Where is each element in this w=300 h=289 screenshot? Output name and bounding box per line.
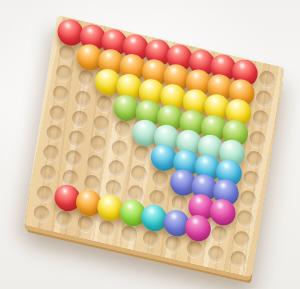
divot-hole xyxy=(67,129,85,148)
divot-hole xyxy=(164,234,182,253)
divot-hole xyxy=(42,144,60,163)
board-cell xyxy=(117,221,142,246)
divot-hole xyxy=(242,169,260,188)
divot-hole xyxy=(207,244,225,263)
divot-hole xyxy=(77,69,95,88)
divot-hole xyxy=(245,149,263,168)
divot-hole xyxy=(55,64,73,83)
divot-hole xyxy=(64,149,82,168)
divot-hole xyxy=(120,224,138,243)
divot-hole xyxy=(86,154,104,173)
divot-hole xyxy=(74,89,92,108)
board-cell xyxy=(160,231,185,256)
divot-hole xyxy=(92,114,110,133)
divot-hole xyxy=(111,139,129,158)
bead-board xyxy=(24,15,285,278)
divot-hole xyxy=(142,229,160,248)
divot-hole xyxy=(96,94,114,113)
divot-hole xyxy=(248,129,266,148)
divot-hole xyxy=(98,219,116,238)
divot-hole xyxy=(255,89,273,108)
divot-hole xyxy=(258,69,276,88)
divot-hole xyxy=(211,224,229,243)
divot-hole xyxy=(151,169,169,188)
divot-hole xyxy=(55,209,73,228)
divot-hole xyxy=(186,239,204,258)
board-cell xyxy=(182,236,207,261)
divot-hole xyxy=(36,184,54,203)
divot-hole xyxy=(58,44,76,63)
board-cell xyxy=(29,201,54,226)
divot-hole xyxy=(130,164,148,183)
board-cell xyxy=(73,211,98,236)
divot-hole xyxy=(236,209,254,228)
divot-hole xyxy=(232,229,250,248)
divot-hole xyxy=(89,134,107,153)
divot-hole xyxy=(76,214,94,233)
divot-hole xyxy=(251,109,269,128)
divot-hole xyxy=(71,109,89,128)
photo-backdrop xyxy=(0,0,300,289)
board-cell xyxy=(204,241,229,266)
board-cell xyxy=(95,216,120,241)
divot-hole xyxy=(133,144,151,163)
divot-hole xyxy=(52,84,70,103)
divot-hole xyxy=(229,249,247,268)
divot-hole xyxy=(46,124,64,143)
divot-hole xyxy=(114,119,132,138)
divot-hole xyxy=(49,104,67,123)
board-cell xyxy=(226,246,251,271)
divot-hole xyxy=(108,159,126,178)
board-cell xyxy=(139,226,164,251)
divot-hole xyxy=(239,189,257,208)
divot-hole xyxy=(39,164,57,183)
board-cell xyxy=(51,206,76,231)
divot-hole xyxy=(33,204,51,223)
